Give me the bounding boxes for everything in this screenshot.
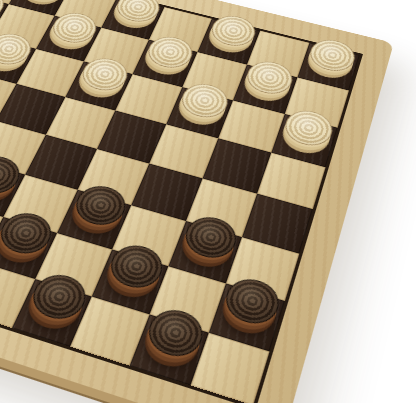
checkers-board: [0, 0, 394, 403]
product-photo-stage: [0, 0, 416, 403]
light-checker-piece: [207, 12, 259, 50]
board-frame: [0, 0, 394, 403]
light-checker-piece: [306, 36, 358, 75]
board-grid: [0, 0, 363, 403]
